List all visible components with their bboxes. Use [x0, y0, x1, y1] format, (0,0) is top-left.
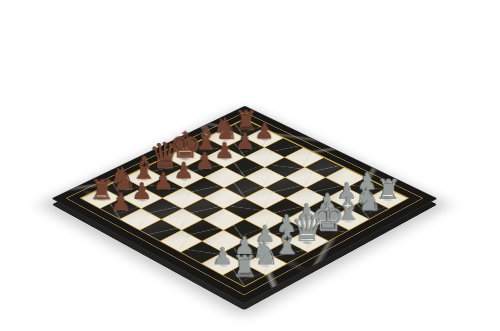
- product-photo: ♜♟♟♜♞♟♟♞♝♟♟♝♚♟♟♚♛♟♟♛♝♟♟♝♞♟♟♞♜♟♟♜: [0, 0, 500, 331]
- square-e4: [245, 188, 284, 208]
- scene: ♜♟♟♜♞♟♟♞♝♟♟♝♚♟♟♚♛♟♟♛♝♟♟♝♞♟♟♞♜♟♟♜: [0, 0, 500, 331]
- chess-board: ♜♟♟♜♞♟♟♞♝♟♟♝♚♟♟♚♛♟♟♛♝♟♟♝♞♟♟♞♜♟♟♜: [51, 106, 437, 304]
- board-field: ♜♟♟♜♞♟♟♞♝♟♟♝♚♟♟♚♛♟♟♛♝♟♟♝♞♟♟♞♜♟♟♜: [80, 118, 410, 287]
